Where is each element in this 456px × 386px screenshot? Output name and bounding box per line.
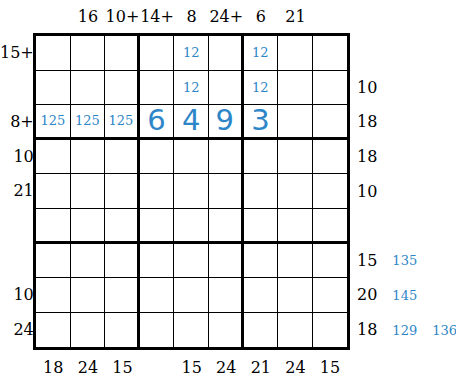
cell-r5c2[interactable]: [71, 174, 106, 209]
top-clue-col-7: 6: [244, 6, 279, 28]
right-clue-row-7: 15135: [357, 244, 456, 279]
pencil-marks: 12: [183, 46, 200, 59]
cell-r3c1[interactable]: 125: [36, 105, 71, 140]
right-clue-row-6: [357, 209, 456, 244]
bottom-clue-col-2: 24: [71, 359, 106, 376]
left-clue-row-8: 10: [0, 278, 35, 313]
right-note: 135: [392, 254, 417, 267]
pencil-marks: 12: [252, 81, 269, 94]
cell-digit: 9: [216, 106, 234, 135]
left-clue-row-3: 8+: [0, 105, 35, 140]
cell-r2c1[interactable]: [36, 71, 71, 106]
cell-r3c3[interactable]: 125: [105, 105, 140, 140]
top-clue-col-2: 16: [71, 6, 106, 28]
pencil-marks: 125: [75, 114, 100, 127]
top-clue-col-3: 10+: [105, 6, 140, 28]
cell-r4c7[interactable]: [244, 140, 279, 175]
bottom-clue-col-1: 18: [36, 359, 71, 376]
right-note: 129: [392, 324, 417, 337]
cell-r2c7[interactable]: 12: [244, 71, 279, 106]
right-clue-row-3: 18: [357, 105, 456, 140]
bottom-clues: 1824151524212415: [36, 359, 347, 376]
bottom-clue-col-4: [140, 359, 175, 376]
cell-r1c2[interactable]: [71, 36, 106, 71]
cell-r7c1[interactable]: [36, 244, 71, 279]
cell-r5c7[interactable]: [244, 174, 279, 209]
left-clues: 15+8+10211024: [0, 36, 31, 347]
top-clue-col-6: 24+: [209, 6, 244, 28]
pencil-marks: 12: [183, 81, 200, 94]
cell-r8c2[interactable]: [71, 278, 106, 313]
cell-r6c3[interactable]: [105, 209, 140, 244]
cell-r7c3[interactable]: [105, 244, 140, 279]
cell-r8c5[interactable]: [174, 278, 209, 313]
cell-r2c5[interactable]: 12: [174, 71, 209, 106]
cell-r9c1[interactable]: [36, 313, 71, 348]
cell-r5c6[interactable]: [209, 174, 244, 209]
cell-r6c7[interactable]: [244, 209, 279, 244]
cell-r1c1[interactable]: [36, 36, 71, 71]
right-clue-label: 10: [357, 184, 377, 200]
cell-r3c4[interactable]: 6: [140, 105, 175, 140]
cell-r3c9[interactable]: [313, 105, 348, 140]
right-clue-row-5: 10: [357, 174, 456, 209]
cell-r6c9[interactable]: [313, 209, 348, 244]
cell-r9c2[interactable]: [71, 313, 106, 348]
cell-r9c7[interactable]: [244, 313, 279, 348]
top-clue-col-1: [36, 6, 71, 28]
right-clue-label: 10: [357, 80, 377, 96]
cell-r8c9[interactable]: [313, 278, 348, 313]
cell-r2c6[interactable]: [209, 71, 244, 106]
cell-r9c4[interactable]: [140, 313, 175, 348]
left-clue-row-6: [0, 209, 35, 244]
cell-r6c6[interactable]: [209, 209, 244, 244]
cell-r3c2[interactable]: 125: [71, 105, 106, 140]
bottom-clue-col-3: 15: [105, 359, 140, 376]
cell-r2c3[interactable]: [105, 71, 140, 106]
right-clue-label: 15: [357, 253, 377, 269]
cell-r9c8[interactable]: [278, 313, 313, 348]
cell-r5c9[interactable]: [313, 174, 348, 209]
cell-r7c5[interactable]: [174, 244, 209, 279]
right-clues: 10181810151352014518129136: [357, 36, 456, 347]
cell-r6c4[interactable]: [140, 209, 175, 244]
right-clue-label: 18: [357, 322, 377, 338]
left-clue-row-7: [0, 244, 35, 279]
cell-r4c9[interactable]: [313, 140, 348, 175]
cell-r8c7[interactable]: [244, 278, 279, 313]
cell-r6c5[interactable]: [174, 209, 209, 244]
cell-r2c4[interactable]: [140, 71, 175, 106]
top-clue-col-5: 8: [174, 6, 209, 28]
cell-r7c6[interactable]: [209, 244, 244, 279]
cell-r1c7[interactable]: 12: [244, 36, 279, 71]
top-clues: 1610+14+824+621: [36, 6, 347, 28]
cell-r8c6[interactable]: [209, 278, 244, 313]
cell-r6c8[interactable]: [278, 209, 313, 244]
cell-r2c2[interactable]: [71, 71, 106, 106]
right-clue-row-8: 20145: [357, 278, 456, 313]
cell-r1c3[interactable]: [105, 36, 140, 71]
right-note: 136: [432, 324, 456, 337]
cell-r1c9[interactable]: [313, 36, 348, 71]
cell-r7c2[interactable]: [71, 244, 106, 279]
cell-r6c1[interactable]: [36, 209, 71, 244]
cell-r4c3[interactable]: [105, 140, 140, 175]
cell-r4c5[interactable]: [174, 140, 209, 175]
cell-digit: 6: [147, 106, 165, 135]
cell-r7c8[interactable]: [278, 244, 313, 279]
right-clue-label: 20: [357, 287, 377, 303]
left-clue-row-9: 24: [0, 313, 35, 348]
cell-r3c6[interactable]: 9: [209, 105, 244, 140]
right-clue-label: 18: [357, 149, 377, 165]
cell-r2c8[interactable]: [278, 71, 313, 106]
right-note: 145: [392, 289, 417, 302]
pencil-marks: 125: [40, 114, 65, 127]
cell-r7c7[interactable]: [244, 244, 279, 279]
cell-r8c8[interactable]: [278, 278, 313, 313]
bottom-clue-col-7: 21: [244, 359, 279, 376]
cell-r1c4[interactable]: [140, 36, 175, 71]
cell-r5c8[interactable]: [278, 174, 313, 209]
right-clue-row-1: [357, 36, 456, 71]
cell-r4c1[interactable]: [36, 140, 71, 175]
cell-r6c2[interactable]: [71, 209, 106, 244]
cell-digit: 3: [251, 106, 269, 135]
cell-r3c5[interactable]: 4: [174, 105, 209, 140]
bottom-clue-col-6: 24: [209, 359, 244, 376]
cell-r3c7[interactable]: 3: [244, 105, 279, 140]
pencil-marks: 125: [109, 114, 134, 127]
left-clue-row-5: 21: [0, 174, 35, 209]
cell-r4c8[interactable]: [278, 140, 313, 175]
cell-r9c6[interactable]: [209, 313, 244, 348]
top-clue-col-9: [313, 6, 348, 28]
bottom-clue-col-5: 15: [174, 359, 209, 376]
left-clue-row-2: [0, 71, 35, 106]
cell-r8c1[interactable]: [36, 278, 71, 313]
puzzle-page: 1610+14+824+621 15+8+10211024 1212121212…: [0, 0, 456, 386]
bottom-clue-col-8: 24: [278, 359, 313, 376]
cell-r5c4[interactable]: [140, 174, 175, 209]
cell-r8c4[interactable]: [140, 278, 175, 313]
cell-r5c1[interactable]: [36, 174, 71, 209]
bottom-clue-col-9: 15: [313, 359, 348, 376]
cell-r1c8[interactable]: [278, 36, 313, 71]
cell-r4c2[interactable]: [71, 140, 106, 175]
cell-r1c5[interactable]: 12: [174, 36, 209, 71]
cell-digit: 4: [182, 106, 200, 135]
cell-r7c9[interactable]: [313, 244, 348, 279]
cell-r3c8[interactable]: [278, 105, 313, 140]
right-clue-row-2: 10: [357, 71, 456, 106]
cell-r1c6[interactable]: [209, 36, 244, 71]
pencil-marks: 12: [252, 46, 269, 59]
top-clue-col-8: 21: [278, 6, 313, 28]
left-clue-row-1: 15+: [0, 36, 35, 71]
cell-r4c4[interactable]: [140, 140, 175, 175]
right-clue-row-4: 18: [357, 140, 456, 175]
left-clue-row-4: 10: [0, 140, 35, 175]
right-clue-row-9: 18129136: [357, 313, 456, 348]
top-clue-col-4: 14+: [140, 6, 175, 28]
cell-r4c6[interactable]: [209, 140, 244, 175]
cell-r8c3[interactable]: [105, 278, 140, 313]
cell-r9c9[interactable]: [313, 313, 348, 348]
cell-r7c4[interactable]: [140, 244, 175, 279]
cell-r5c3[interactable]: [105, 174, 140, 209]
cell-r5c5[interactable]: [174, 174, 209, 209]
cell-r9c5[interactable]: [174, 313, 209, 348]
cell-r9c3[interactable]: [105, 313, 140, 348]
board: 121212121251251256493: [33, 33, 350, 350]
right-clue-label: 18: [357, 114, 377, 130]
cell-r2c9[interactable]: [313, 71, 348, 106]
